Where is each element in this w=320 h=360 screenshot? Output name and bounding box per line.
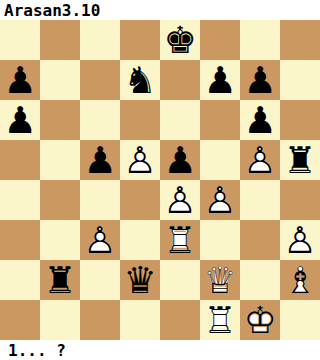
square-f1[interactable]: ♜♖ <box>200 300 240 340</box>
square-e7[interactable] <box>160 60 200 100</box>
white-rook: ♜♖ <box>200 300 240 340</box>
black-pawn: ♟ <box>0 60 40 100</box>
square-b3[interactable] <box>40 220 80 260</box>
square-b7[interactable] <box>40 60 80 100</box>
square-a4[interactable] <box>0 180 40 220</box>
white-pawn: ♟♙ <box>120 140 160 180</box>
black-queen: ♛ <box>120 260 160 300</box>
black-pawn: ♟ <box>200 60 240 100</box>
square-f8[interactable] <box>200 20 240 60</box>
black-king: ♚ <box>160 20 200 60</box>
square-d4[interactable] <box>120 180 160 220</box>
square-a3[interactable] <box>0 220 40 260</box>
black-pawn: ♟ <box>80 140 120 180</box>
square-g3[interactable] <box>240 220 280 260</box>
square-f7[interactable]: ♟ <box>200 60 240 100</box>
square-e8[interactable]: ♚ <box>160 20 200 60</box>
square-f4[interactable]: ♟♙ <box>200 180 240 220</box>
square-f6[interactable] <box>200 100 240 140</box>
black-rook: ♜ <box>40 260 80 300</box>
square-a5[interactable] <box>0 140 40 180</box>
square-g7[interactable]: ♟ <box>240 60 280 100</box>
square-h2[interactable]: ♝♗ <box>280 260 320 300</box>
engine-title: Arasan3.10 <box>0 0 320 20</box>
white-king: ♚♔ <box>240 300 280 340</box>
white-queen: ♛♕ <box>200 260 240 300</box>
move-prompt: 1... ? <box>0 340 320 360</box>
square-d2[interactable]: ♛ <box>120 260 160 300</box>
square-g2[interactable] <box>240 260 280 300</box>
chess-app-window: Arasan3.10 ♚♟♞♟♟♟♟♟♟♙♟♟♙♜♟♙♟♙♟♙♜♖♟♙♜♛♛♕♝… <box>0 0 320 360</box>
square-d5[interactable]: ♟♙ <box>120 140 160 180</box>
square-d1[interactable] <box>120 300 160 340</box>
black-pawn: ♟ <box>0 100 40 140</box>
black-pawn: ♟ <box>160 140 200 180</box>
square-b5[interactable] <box>40 140 80 180</box>
black-knight: ♞ <box>120 60 160 100</box>
square-g6[interactable]: ♟ <box>240 100 280 140</box>
square-d8[interactable] <box>120 20 160 60</box>
square-e3[interactable]: ♜♖ <box>160 220 200 260</box>
square-h6[interactable] <box>280 100 320 140</box>
square-a6[interactable]: ♟ <box>0 100 40 140</box>
square-c5[interactable]: ♟ <box>80 140 120 180</box>
square-d7[interactable]: ♞ <box>120 60 160 100</box>
square-a1[interactable] <box>0 300 40 340</box>
square-c8[interactable] <box>80 20 120 60</box>
square-c3[interactable]: ♟♙ <box>80 220 120 260</box>
square-c6[interactable] <box>80 100 120 140</box>
square-b8[interactable] <box>40 20 80 60</box>
square-f5[interactable] <box>200 140 240 180</box>
square-c7[interactable] <box>80 60 120 100</box>
black-pawn: ♟ <box>240 60 280 100</box>
white-bishop: ♝♗ <box>280 260 320 300</box>
square-a8[interactable] <box>0 20 40 60</box>
square-e6[interactable] <box>160 100 200 140</box>
square-d6[interactable] <box>120 100 160 140</box>
square-g8[interactable] <box>240 20 280 60</box>
square-b1[interactable] <box>40 300 80 340</box>
white-pawn: ♟♙ <box>160 180 200 220</box>
square-c2[interactable] <box>80 260 120 300</box>
square-c1[interactable] <box>80 300 120 340</box>
square-h5[interactable]: ♜ <box>280 140 320 180</box>
square-h3[interactable]: ♟♙ <box>280 220 320 260</box>
square-b6[interactable] <box>40 100 80 140</box>
white-rook: ♜♖ <box>160 220 200 260</box>
square-b2[interactable]: ♜ <box>40 260 80 300</box>
square-g5[interactable]: ♟♙ <box>240 140 280 180</box>
square-g1[interactable]: ♚♔ <box>240 300 280 340</box>
white-pawn: ♟♙ <box>80 220 120 260</box>
square-d3[interactable] <box>120 220 160 260</box>
square-h1[interactable] <box>280 300 320 340</box>
square-c4[interactable] <box>80 180 120 220</box>
square-a2[interactable] <box>0 260 40 300</box>
square-e2[interactable] <box>160 260 200 300</box>
square-a7[interactable]: ♟ <box>0 60 40 100</box>
square-e1[interactable] <box>160 300 200 340</box>
white-pawn: ♟♙ <box>200 180 240 220</box>
black-rook: ♜ <box>280 140 320 180</box>
white-pawn: ♟♙ <box>280 220 320 260</box>
square-f2[interactable]: ♛♕ <box>200 260 240 300</box>
chess-board: ♚♟♞♟♟♟♟♟♟♙♟♟♙♜♟♙♟♙♟♙♜♖♟♙♜♛♛♕♝♗♜♖♚♔ <box>0 20 320 340</box>
square-g4[interactable] <box>240 180 280 220</box>
white-pawn: ♟♙ <box>240 140 280 180</box>
square-h7[interactable] <box>280 60 320 100</box>
square-b4[interactable] <box>40 180 80 220</box>
square-e5[interactable]: ♟ <box>160 140 200 180</box>
black-pawn: ♟ <box>240 100 280 140</box>
square-e4[interactable]: ♟♙ <box>160 180 200 220</box>
square-h8[interactable] <box>280 20 320 60</box>
square-h4[interactable] <box>280 180 320 220</box>
square-f3[interactable] <box>200 220 240 260</box>
